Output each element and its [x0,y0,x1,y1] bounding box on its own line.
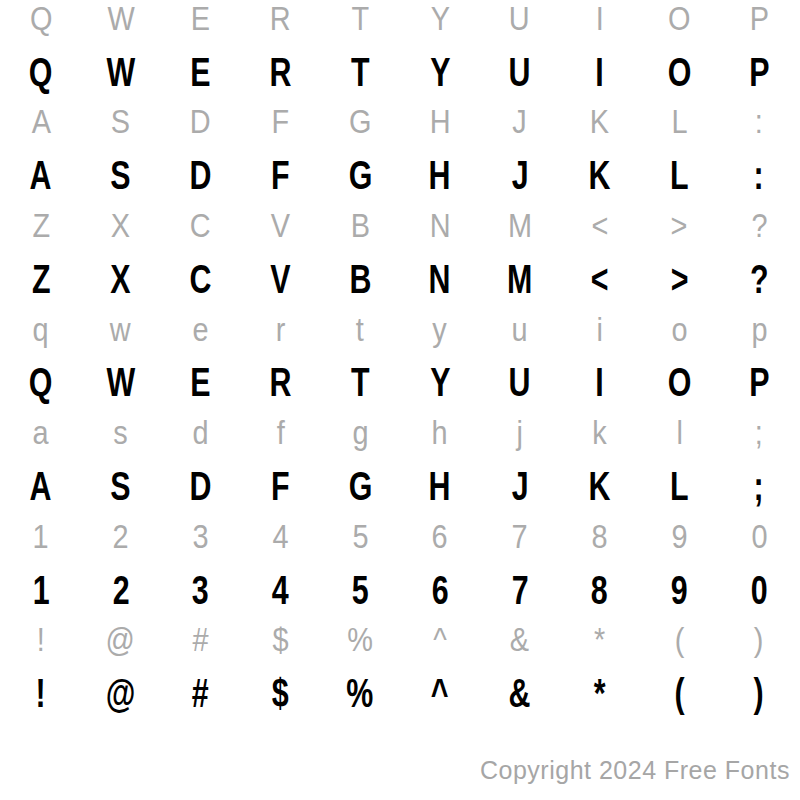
glyph-char: G [349,104,371,138]
glyph-char: U [509,362,531,402]
glyph-cell: ; [719,466,799,506]
glyph-char: * [594,673,606,713]
glyph-cell: Y [400,1,480,35]
glyph-char: J [511,466,528,506]
glyph-cell: U [480,52,560,92]
glyph-char: 0 [751,519,767,553]
glyph-char: K [589,466,611,506]
glyph-char: G [348,466,372,506]
glyph-char: s [113,415,127,449]
glyph-cell: T [320,362,400,402]
glyph-cell: O [639,52,719,92]
glyph-char: S [111,104,130,138]
glyph-grid: QWERTYUIOPQWERTYUIOPASDFGHJKL:ASDFGHJKL:… [1,0,799,718]
glyph-cell: S [81,155,161,195]
glyph-cell: V [240,208,320,242]
glyph-char: M [507,259,532,299]
glyph-cell: Y [400,52,480,92]
glyph-cell: H [400,104,480,138]
glyph-cell: P [719,52,799,92]
glyph-cell: 4 [240,570,320,610]
glyph-cell: U [480,1,560,35]
glyph-char: U [509,1,530,35]
glyph-char: 2 [112,570,129,610]
glyph-cell: 1 [1,519,81,553]
glyph-cell: W [81,362,161,402]
glyph-cell: ^ [400,622,480,656]
glyph-char: 7 [511,570,528,610]
glyph-char: Z [32,208,50,242]
glyph-cell: 9 [639,570,719,610]
glyph-char: D [190,155,212,195]
glyph-row-font: QWERTYUIOP [1,43,799,97]
glyph-cell: o [639,312,719,346]
glyph-row-reference: 1234567890 [1,511,799,561]
glyph-cell: $ [240,673,320,713]
glyph-char: C [190,208,211,242]
glyph-cell: & [480,673,560,713]
glyph-char: 9 [671,570,688,610]
glyph-cell: U [480,362,560,402]
glyph-char: ! [37,622,45,656]
glyph-cell: 7 [480,570,560,610]
glyph-char: w [110,312,131,346]
glyph-cell: R [240,362,320,402]
glyph-char: V [271,208,290,242]
glyph-cell: h [400,415,480,449]
glyph-char: q [33,312,49,346]
glyph-char: # [192,622,208,656]
glyph-char: S [111,155,131,195]
glyph-char: 5 [352,570,369,610]
glyph-char: ) [754,673,764,713]
glyph-char: l [676,415,682,449]
glyph-char: h [432,415,448,449]
glyph-cell: i [560,312,640,346]
glyph-char: 6 [432,519,448,553]
glyph-char: E [190,362,210,402]
glyph-char: ; [754,466,764,506]
glyph-cell: K [560,104,640,138]
glyph-cell: K [560,466,640,506]
glyph-cell: d [161,415,241,449]
glyph-cell: O [639,362,719,402]
glyph-cell: G [320,155,400,195]
glyph-cell: J [480,104,560,138]
font-specimen-sheet: QWERTYUIOPQWERTYUIOPASDFGHJKL:ASDFGHJKL:… [0,0,800,800]
glyph-char: ^ [433,622,447,656]
glyph-cell: R [240,52,320,92]
glyph-cell: C [161,259,241,299]
glyph-char: t [356,312,364,346]
glyph-row-reference: !@#$%^&*() [1,615,799,665]
glyph-char: r [275,312,285,346]
glyph-char: : [755,104,763,138]
glyph-char: V [270,259,290,299]
glyph-char: N [429,208,450,242]
glyph-cell: F [240,155,320,195]
glyph-char: F [271,104,289,138]
glyph-cell: T [320,52,400,92]
glyph-char: P [749,362,769,402]
glyph-cell: Z [1,259,81,299]
glyph-cell: I [560,1,640,35]
glyph-char: I [595,362,603,402]
glyph-cell: ) [719,622,799,656]
glyph-cell: O [639,1,719,35]
glyph-char: Y [430,52,450,92]
glyph-char: u [512,312,528,346]
glyph-char: 3 [192,570,209,610]
glyph-char: I [595,52,603,92]
glyph-char: A [30,466,52,506]
glyph-char: E [191,1,210,35]
glyph-char: < [591,259,609,299]
glyph-cell: P [719,362,799,402]
glyph-cell: ; [719,415,799,449]
glyph-cell: 1 [1,570,81,610]
glyph-char: 4 [272,570,289,610]
glyph-row-font: ASDFGHJKL: [1,146,799,200]
glyph-cell: % [320,673,400,713]
glyph-cell: $ [240,622,320,656]
glyph-cell: A [1,466,81,506]
glyph-char: Z [32,259,51,299]
glyph-row-font: !@#$%^&*() [1,664,799,718]
glyph-char: 7 [512,519,528,553]
glyph-char: % [347,622,373,656]
glyph-char: B [349,259,371,299]
glyph-cell: p [719,312,799,346]
glyph-cell: L [639,466,719,506]
glyph-cell: 8 [560,519,640,553]
glyph-cell: ^ [400,673,480,713]
glyph-cell: * [560,673,640,713]
glyph-cell: : [719,155,799,195]
glyph-cell: a [1,415,81,449]
glyph-char: e [192,312,208,346]
glyph-char: > [671,208,688,242]
glyph-cell: l [639,415,719,449]
glyph-cell: ! [1,622,81,656]
glyph-char: Y [430,362,450,402]
glyph-char: @ [106,673,136,713]
glyph-cell: P [719,1,799,35]
glyph-cell: > [639,259,719,299]
glyph-char: f [276,415,284,449]
glyph-char: F [271,155,290,195]
glyph-char: i [596,312,602,346]
glyph-char: 6 [431,570,448,610]
glyph-char: Q [29,52,53,92]
glyph-cell: t [320,312,400,346]
glyph-cell: M [480,208,560,242]
glyph-char: O [667,362,691,402]
glyph-char: 1 [32,570,49,610]
glyph-cell: g [320,415,400,449]
glyph-char: G [348,155,372,195]
glyph-char: p [751,312,767,346]
glyph-char: 5 [352,519,368,553]
glyph-char: P [749,52,769,92]
glyph-cell: Q [1,1,81,35]
glyph-char: 8 [591,570,608,610]
glyph-cell: < [560,259,640,299]
glyph-char: X [111,259,131,299]
glyph-cell: : [719,104,799,138]
glyph-row-reference: QWERTYUIOP [1,0,799,43]
glyph-cell: B [320,208,400,242]
glyph-cell: > [639,208,719,242]
glyph-cell: y [400,312,480,346]
glyph-cell: E [161,1,241,35]
glyph-cell: ? [719,208,799,242]
glyph-cell: w [81,312,161,346]
glyph-char: : [754,155,764,195]
glyph-cell: W [81,1,161,35]
glyph-char: 4 [272,519,288,553]
glyph-char: L [670,466,689,506]
glyph-cell: 8 [560,570,640,610]
glyph-char: 0 [751,570,768,610]
glyph-cell: 3 [161,570,241,610]
glyph-cell: Y [400,362,480,402]
glyph-cell: A [1,155,81,195]
glyph-char: < [591,208,608,242]
glyph-cell: L [639,155,719,195]
glyph-row-reference: asdfghjkl; [1,407,799,457]
glyph-cell: 2 [81,570,161,610]
glyph-cell: ? [719,259,799,299]
glyph-cell: 3 [161,519,241,553]
glyph-row-reference: ASDFGHJKL: [1,97,799,147]
glyph-char: D [190,466,212,506]
glyph-row-reference: qwertyuiop [1,304,799,354]
glyph-char: T [351,1,369,35]
glyph-cell: H [400,155,480,195]
glyph-char: ( [674,622,684,656]
glyph-char: T [351,362,370,402]
glyph-cell: ( [639,622,719,656]
glyph-char: ) [754,622,764,656]
glyph-char: T [351,52,370,92]
glyph-char: @ [106,622,135,656]
glyph-char: N [429,259,451,299]
glyph-cell: V [240,259,320,299]
glyph-char: y [433,312,447,346]
glyph-cell: 2 [81,519,161,553]
glyph-cell: r [240,312,320,346]
glyph-char: L [670,155,689,195]
glyph-cell: < [560,208,640,242]
glyph-cell: 0 [719,519,799,553]
glyph-char: B [350,208,369,242]
glyph-row-reference: ZXCVBNM<>? [1,200,799,250]
glyph-char: H [429,155,451,195]
glyph-char: Y [430,1,449,35]
glyph-char: K [589,155,611,195]
glyph-char: 9 [671,519,687,553]
glyph-char: A [31,104,50,138]
glyph-cell: ! [1,673,81,713]
glyph-cell: 0 [719,570,799,610]
glyph-cell: E [161,52,241,92]
glyph-char: ^ [431,673,449,713]
glyph-char: R [269,52,291,92]
glyph-cell: X [81,259,161,299]
glyph-cell: S [81,104,161,138]
glyph-char: E [190,52,210,92]
glyph-cell: # [161,673,241,713]
glyph-cell: * [560,622,640,656]
glyph-char: k [592,415,606,449]
glyph-cell: k [560,415,640,449]
glyph-cell: s [81,415,161,449]
glyph-char: P [749,1,768,35]
glyph-char: Q [29,362,53,402]
glyph-char: j [516,415,522,449]
glyph-cell: 4 [240,519,320,553]
glyph-char: ? [750,259,769,299]
glyph-cell: & [480,622,560,656]
glyph-char: Q [30,1,52,35]
glyph-char: H [429,466,451,506]
glyph-char: A [30,155,52,195]
glyph-cell: j [480,415,560,449]
glyph-char: D [190,104,211,138]
glyph-char: I [595,1,603,35]
glyph-cell: T [320,1,400,35]
glyph-cell: E [161,362,241,402]
glyph-cell: 5 [320,570,400,610]
glyph-char: > [670,259,688,299]
glyph-cell: @ [81,673,161,713]
glyph-cell: 5 [320,519,400,553]
glyph-char: ? [751,208,767,242]
glyph-cell: ( [639,673,719,713]
glyph-cell: F [240,104,320,138]
glyph-char: H [429,104,450,138]
glyph-char: O [668,1,690,35]
glyph-cell: W [81,52,161,92]
glyph-cell: N [400,259,480,299]
glyph-cell: D [161,104,241,138]
glyph-row-font: ASDFGHJKL; [1,457,799,511]
glyph-char: 1 [33,519,49,553]
glyph-char: L [671,104,687,138]
glyph-char: ; [755,415,763,449]
glyph-char: C [190,259,212,299]
glyph-cell: N [400,208,480,242]
glyph-cell: A [1,104,81,138]
glyph-cell: Q [1,362,81,402]
glyph-cell: H [400,466,480,506]
glyph-cell: M [480,259,560,299]
glyph-char: g [352,415,368,449]
glyph-cell: B [320,259,400,299]
glyph-cell: q [1,312,81,346]
glyph-cell: I [560,52,640,92]
glyph-cell: L [639,104,719,138]
glyph-char: R [270,1,291,35]
glyph-char: O [667,52,691,92]
glyph-char: 2 [113,519,129,553]
glyph-cell: X [81,208,161,242]
glyph-cell: f [240,415,320,449]
glyph-char: & [509,673,531,713]
glyph-char: W [107,1,134,35]
glyph-cell: I [560,362,640,402]
glyph-cell: J [480,155,560,195]
glyph-cell: D [161,155,241,195]
glyph-cell: # [161,622,241,656]
glyph-char: & [510,622,529,656]
glyph-char: # [192,673,209,713]
glyph-cell: S [81,466,161,506]
glyph-char: X [111,208,130,242]
glyph-char: ! [36,673,46,713]
glyph-char: 8 [591,519,607,553]
glyph-char: d [192,415,208,449]
glyph-cell: J [480,466,560,506]
glyph-cell: C [161,208,241,242]
glyph-cell: u [480,312,560,346]
glyph-char: M [508,208,532,242]
glyph-char: * [594,622,605,656]
glyph-char: $ [272,622,288,656]
glyph-cell: 7 [480,519,560,553]
glyph-cell: % [320,622,400,656]
glyph-char: ( [674,673,684,713]
glyph-row-font: ZXCVBNM<>? [1,250,799,304]
glyph-cell: ) [719,673,799,713]
copyright-text: Copyright 2024 Free Fonts [480,756,790,785]
glyph-cell: 6 [400,519,480,553]
glyph-char: % [347,673,374,713]
glyph-row-font: 1234567890 [1,561,799,615]
glyph-char: W [106,52,135,92]
glyph-cell: 9 [639,519,719,553]
glyph-char: 3 [192,519,208,553]
glyph-cell: R [240,1,320,35]
glyph-cell: @ [81,622,161,656]
glyph-cell: G [320,104,400,138]
glyph-char: J [511,155,528,195]
glyph-cell: Q [1,52,81,92]
glyph-cell: Z [1,208,81,242]
glyph-char: J [512,104,526,138]
glyph-cell: G [320,466,400,506]
glyph-cell: D [161,466,241,506]
glyph-cell: K [560,155,640,195]
glyph-cell: F [240,466,320,506]
glyph-cell: e [161,312,241,346]
glyph-char: F [271,466,290,506]
glyph-char: U [509,52,531,92]
glyph-char: $ [272,673,289,713]
glyph-row-font: QWERTYUIOP [1,354,799,408]
glyph-char: a [33,415,49,449]
glyph-char: o [671,312,687,346]
glyph-char: S [111,466,131,506]
glyph-char: W [106,362,135,402]
glyph-char: K [590,104,609,138]
glyph-char: R [269,362,291,402]
glyph-cell: 6 [400,570,480,610]
